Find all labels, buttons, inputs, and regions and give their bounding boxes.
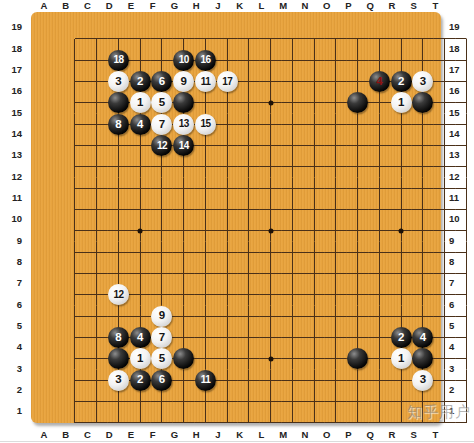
- intersection-O9: [347, 242, 369, 263]
- intersection-J15: [238, 114, 260, 135]
- intersection-T5: [456, 327, 474, 348]
- intersection-G10: [195, 220, 217, 241]
- intersection-H7: [216, 284, 238, 305]
- col-label: H: [185, 0, 207, 12]
- intersection-D7: [129, 284, 151, 305]
- black-stone-O4: [347, 348, 368, 369]
- intersection-G15: 15: [195, 114, 217, 135]
- intersection-M3: [303, 370, 325, 391]
- intersection-R11: [412, 199, 434, 220]
- intersection-F13: [173, 156, 195, 177]
- col-label: S: [403, 0, 425, 12]
- intersection-L9: [282, 242, 304, 263]
- intersection-N10: [325, 220, 347, 241]
- black-stone-E17: 6: [151, 71, 172, 92]
- move-number: 1: [137, 97, 143, 109]
- intersection-M2: [303, 391, 325, 412]
- white-stone-E4: 5: [151, 348, 172, 369]
- intersection-K7: [260, 284, 282, 305]
- intersection-C15: 8: [108, 114, 130, 135]
- row-label: 7: [0, 272, 26, 293]
- black-stone-D15: 4: [130, 114, 151, 135]
- intersection-D14: [129, 135, 151, 156]
- intersection-D19: [129, 28, 151, 49]
- intersection-E8: [151, 263, 173, 284]
- intersection-P8: [369, 263, 391, 284]
- intersection-O14: [347, 135, 369, 156]
- intersection-O3: [347, 370, 369, 391]
- intersection-C9: [108, 242, 130, 263]
- intersection-N4: [325, 348, 347, 369]
- move-number: 5: [159, 353, 165, 365]
- white-stone-F15: 13: [173, 114, 194, 135]
- black-stone-R16: [412, 92, 433, 113]
- intersection-G1: [195, 412, 217, 433]
- intersection-A17: [64, 71, 86, 92]
- intersection-S18: [434, 50, 456, 71]
- intersection-J14: [238, 135, 260, 156]
- intersection-N18: [325, 50, 347, 71]
- intersection-S6: [434, 306, 456, 327]
- intersection-M1: [303, 412, 325, 433]
- intersection-R7: [412, 284, 434, 305]
- intersection-F19: [173, 28, 195, 49]
- intersection-K13: [260, 156, 282, 177]
- intersection-K2: [260, 391, 282, 412]
- intersection-M4: [303, 348, 325, 369]
- intersection-O17: [347, 71, 369, 92]
- intersection-H15: [216, 114, 238, 135]
- black-stone-O16: [347, 92, 368, 113]
- intersection-B9: [86, 242, 108, 263]
- intersection-H19: [216, 28, 238, 49]
- col-label: G: [164, 0, 186, 12]
- intersection-F6: [173, 306, 195, 327]
- intersection-D18: [129, 50, 151, 71]
- intersection-L18: [282, 50, 304, 71]
- intersection-P12: [369, 178, 391, 199]
- intersection-L10: [282, 220, 304, 241]
- black-stone-C4: [108, 348, 129, 369]
- intersection-C14: [108, 135, 130, 156]
- intersection-Q19: [390, 28, 412, 49]
- intersection-R8: [412, 263, 434, 284]
- intersection-J7: [238, 284, 260, 305]
- white-stone-G15: 15: [195, 114, 216, 135]
- white-stone-R17: 3: [412, 71, 433, 92]
- move-number: 7: [159, 119, 165, 131]
- white-stone-Q4: 1: [391, 348, 412, 369]
- intersection-P6: [369, 306, 391, 327]
- intersection-K18: [260, 50, 282, 71]
- intersection-L1: [282, 412, 304, 433]
- intersection-J12: [238, 178, 260, 199]
- intersection-F7: [173, 284, 195, 305]
- intersection-F11: [173, 199, 195, 220]
- intersection-L19: [282, 28, 304, 49]
- move-number: 2: [137, 374, 143, 386]
- intersection-S5: [434, 327, 456, 348]
- intersection-A4: [64, 348, 86, 369]
- intersection-O11: [347, 199, 369, 220]
- intersection-S7: [434, 284, 456, 305]
- intersection-R16: [412, 92, 434, 113]
- move-number: 4: [376, 76, 382, 88]
- intersection-C17: 3: [108, 71, 130, 92]
- intersection-J1: [238, 412, 260, 433]
- intersection-T14: [456, 135, 474, 156]
- move-number: 16: [200, 55, 210, 65]
- intersection-L15: [282, 114, 304, 135]
- intersection-Q7: [390, 284, 412, 305]
- intersection-G5: [195, 327, 217, 348]
- intersection-C11: [108, 199, 130, 220]
- intersection-R19: [412, 28, 434, 49]
- intersection-B2: [86, 391, 108, 412]
- intersection-A16: [64, 92, 86, 113]
- intersection-Q13: [390, 156, 412, 177]
- intersection-A14: [64, 135, 86, 156]
- intersection-G9: [195, 242, 217, 263]
- intersection-L12: [282, 178, 304, 199]
- move-number: 18: [113, 55, 123, 65]
- intersection-N13: [325, 156, 347, 177]
- move-number: 10: [179, 55, 189, 65]
- column-labels-top: ABCDEFGHJKLMNOPQRST: [33, 0, 446, 12]
- intersection-G4: [195, 348, 217, 369]
- intersection-K8: [260, 263, 282, 284]
- intersection-G17: 11: [195, 71, 217, 92]
- move-number: 2: [137, 76, 143, 88]
- row-label: 6: [0, 294, 26, 315]
- move-number: 7: [159, 332, 165, 344]
- row-label: 12: [0, 166, 26, 187]
- intersection-M16: [303, 92, 325, 113]
- intersection-H3: [216, 370, 238, 391]
- intersection-J9: [238, 242, 260, 263]
- intersection-D3: 2: [129, 370, 151, 391]
- intersection-P15: [369, 114, 391, 135]
- intersection-E13: [151, 156, 173, 177]
- intersection-M11: [303, 199, 325, 220]
- white-stone-G17: 11: [195, 71, 216, 92]
- black-stone-F14: 14: [173, 135, 194, 156]
- intersection-H8: [216, 263, 238, 284]
- intersection-F4: [173, 348, 195, 369]
- col-label: K: [229, 0, 251, 12]
- intersection-A7: [64, 284, 86, 305]
- intersection-A19: [64, 28, 86, 49]
- intersection-L8: [282, 263, 304, 284]
- intersection-N8: [325, 263, 347, 284]
- col-label: J: [207, 0, 229, 12]
- black-stone-F16: [173, 92, 194, 113]
- col-label: L: [251, 0, 273, 12]
- intersection-K4: [260, 348, 282, 369]
- black-stone-R5: 4: [412, 327, 433, 348]
- intersection-T8: [456, 263, 474, 284]
- intersection-J4: [238, 348, 260, 369]
- move-number: 3: [115, 76, 121, 88]
- intersection-J3: [238, 370, 260, 391]
- intersection-E7: [151, 284, 173, 305]
- move-number: 6: [159, 76, 165, 88]
- move-number: 3: [420, 374, 426, 386]
- intersection-H10: [216, 220, 238, 241]
- intersection-B3: [86, 370, 108, 391]
- col-label: M: [272, 0, 294, 12]
- intersection-D9: [129, 242, 151, 263]
- intersection-P10: [369, 220, 391, 241]
- intersection-C5: 8: [108, 327, 130, 348]
- white-stone-D16: 1: [130, 92, 151, 113]
- intersection-B15: [86, 114, 108, 135]
- intersection-A13: [64, 156, 86, 177]
- intersection-D12: [129, 178, 151, 199]
- white-stone-E16: 5: [151, 92, 172, 113]
- intersection-Q14: [390, 135, 412, 156]
- intersection-H11: [216, 199, 238, 220]
- intersection-K14: [260, 135, 282, 156]
- intersection-F14: 14: [173, 135, 195, 156]
- row-label: 11: [0, 187, 26, 208]
- black-stone-C5: 8: [108, 327, 129, 348]
- intersection-O13: [347, 156, 369, 177]
- intersection-K10: [260, 220, 282, 241]
- col-label: O: [316, 0, 338, 12]
- intersection-G8: [195, 263, 217, 284]
- intersection-S11: [434, 199, 456, 220]
- move-number: 3: [115, 374, 121, 386]
- intersection-H14: [216, 135, 238, 156]
- intersection-R18: [412, 50, 434, 71]
- intersection-J13: [238, 156, 260, 177]
- row-label: 19: [0, 16, 26, 37]
- intersection-G19: [195, 28, 217, 49]
- intersection-B8: [86, 263, 108, 284]
- intersection-B17: [86, 71, 108, 92]
- intersection-H12: [216, 178, 238, 199]
- intersection-T19: [456, 28, 474, 49]
- move-number: 11: [201, 375, 211, 385]
- intersection-B12: [86, 178, 108, 199]
- intersection-Q9: [390, 242, 412, 263]
- intersection-A11: [64, 199, 86, 220]
- intersection-S16: [434, 92, 456, 113]
- black-stone-Q5: 2: [391, 327, 412, 348]
- move-number: 4: [420, 332, 426, 344]
- board-grid: 1810163269111742315184713151214129847241…: [64, 28, 474, 433]
- intersection-P5: [369, 327, 391, 348]
- intersection-M5: [303, 327, 325, 348]
- intersection-P17: 4: [369, 71, 391, 92]
- intersection-D11: [129, 199, 151, 220]
- intersection-M19: [303, 28, 325, 49]
- intersection-R14: [412, 135, 434, 156]
- move-number: 15: [200, 119, 210, 129]
- page-bottom-line: [0, 441, 474, 442]
- intersection-G3: 11: [195, 370, 217, 391]
- col-label: B: [55, 0, 77, 12]
- intersection-N7: [325, 284, 347, 305]
- intersection-S15: [434, 114, 456, 135]
- intersection-T11: [456, 199, 474, 220]
- intersection-D6: [129, 306, 151, 327]
- intersection-O6: [347, 306, 369, 327]
- intersection-C19: [108, 28, 130, 49]
- row-label: 1: [0, 400, 26, 421]
- intersection-O16: [347, 92, 369, 113]
- move-number: 17: [222, 77, 232, 87]
- intersection-K3: [260, 370, 282, 391]
- col-label: P: [338, 0, 360, 12]
- move-number: 14: [179, 141, 189, 151]
- intersection-F17: 9: [173, 71, 195, 92]
- intersection-J19: [238, 28, 260, 49]
- intersection-H18: [216, 50, 238, 71]
- black-stone-C18: 18: [108, 50, 129, 71]
- intersection-R12: [412, 178, 434, 199]
- intersection-M9: [303, 242, 325, 263]
- intersection-Q12: [390, 178, 412, 199]
- intersection-F3: [173, 370, 195, 391]
- intersection-M15: [303, 114, 325, 135]
- intersection-L6: [282, 306, 304, 327]
- intersection-E17: 6: [151, 71, 173, 92]
- black-stone-G3: 11: [195, 370, 216, 391]
- intersection-J8: [238, 263, 260, 284]
- intersection-A3: [64, 370, 86, 391]
- intersection-O18: [347, 50, 369, 71]
- row-label: 17: [0, 59, 26, 80]
- intersection-P18: [369, 50, 391, 71]
- intersection-B4: [86, 348, 108, 369]
- intersection-F8: [173, 263, 195, 284]
- intersection-O8: [347, 263, 369, 284]
- intersection-H4: [216, 348, 238, 369]
- intersection-C10: [108, 220, 130, 241]
- intersection-B16: [86, 92, 108, 113]
- move-number: 1: [137, 353, 143, 365]
- intersection-L4: [282, 348, 304, 369]
- intersection-A8: [64, 263, 86, 284]
- intersection-R10: [412, 220, 434, 241]
- intersection-P2: [369, 391, 391, 412]
- row-label: 15: [0, 102, 26, 123]
- intersection-G12: [195, 178, 217, 199]
- move-number: 2: [398, 332, 404, 344]
- white-stone-E15: 7: [151, 114, 172, 135]
- intersection-N6: [325, 306, 347, 327]
- move-number: 12: [157, 141, 167, 151]
- intersection-D16: 1: [129, 92, 151, 113]
- row-labels-left: 19181716151413121110987654321: [0, 16, 26, 421]
- intersection-E1: [151, 412, 173, 433]
- move-number: 11: [201, 77, 211, 87]
- move-number: 9: [181, 76, 187, 88]
- intersection-A12: [64, 178, 86, 199]
- intersection-N9: [325, 242, 347, 263]
- intersection-E9: [151, 242, 173, 263]
- intersection-H13: [216, 156, 238, 177]
- intersection-E2: [151, 391, 173, 412]
- move-number: 1: [398, 97, 404, 109]
- row-label: 14: [0, 123, 26, 144]
- intersection-G6: [195, 306, 217, 327]
- intersection-R17: 3: [412, 71, 434, 92]
- watermark: 知乎用户: [407, 403, 471, 422]
- intersection-J2: [238, 391, 260, 412]
- intersection-D2: [129, 391, 151, 412]
- intersection-P9: [369, 242, 391, 263]
- intersection-D17: 2: [129, 71, 151, 92]
- intersection-M14: [303, 135, 325, 156]
- intersection-Q15: [390, 114, 412, 135]
- intersection-T12: [456, 178, 474, 199]
- intersection-S9: [434, 242, 456, 263]
- intersection-N12: [325, 178, 347, 199]
- intersection-T6: [456, 306, 474, 327]
- intersection-F2: [173, 391, 195, 412]
- intersection-M17: [303, 71, 325, 92]
- intersection-E19: [151, 28, 173, 49]
- intersection-O5: [347, 327, 369, 348]
- intersection-M12: [303, 178, 325, 199]
- intersection-N3: [325, 370, 347, 391]
- intersection-D4: 1: [129, 348, 151, 369]
- intersection-D8: [129, 263, 151, 284]
- intersection-H16: [216, 92, 238, 113]
- move-number: 6: [159, 374, 165, 386]
- intersection-J11: [238, 199, 260, 220]
- intersection-L7: [282, 284, 304, 305]
- col-label: Q: [359, 0, 381, 12]
- intersection-L17: [282, 71, 304, 92]
- col-label: E: [120, 0, 142, 12]
- black-stone-D5: 4: [130, 327, 151, 348]
- intersection-P7: [369, 284, 391, 305]
- intersection-M8: [303, 263, 325, 284]
- intersection-G14: [195, 135, 217, 156]
- row-label: 9: [0, 230, 26, 251]
- intersection-S3: [434, 370, 456, 391]
- row-label: 3: [0, 358, 26, 379]
- intersection-N14: [325, 135, 347, 156]
- intersection-A2: [64, 391, 86, 412]
- white-stone-R3: 3: [412, 370, 433, 391]
- intersection-H5: [216, 327, 238, 348]
- intersection-Q10: [390, 220, 412, 241]
- intersection-J17: [238, 71, 260, 92]
- intersection-S19: [434, 28, 456, 49]
- intersection-O19: [347, 28, 369, 49]
- intersection-K15: [260, 114, 282, 135]
- intersection-K19: [260, 28, 282, 49]
- intersection-T16: [456, 92, 474, 113]
- intersection-L3: [282, 370, 304, 391]
- intersection-E3: 6: [151, 370, 173, 391]
- intersection-C7: 12: [108, 284, 130, 305]
- move-number: 12: [113, 290, 123, 300]
- intersection-F12: [173, 178, 195, 199]
- intersection-S10: [434, 220, 456, 241]
- intersection-A5: [64, 327, 86, 348]
- intersection-P13: [369, 156, 391, 177]
- row-label: 16: [0, 80, 26, 101]
- white-stone-C17: 3: [108, 71, 129, 92]
- col-label: A: [33, 0, 55, 12]
- col-label: R: [381, 0, 403, 12]
